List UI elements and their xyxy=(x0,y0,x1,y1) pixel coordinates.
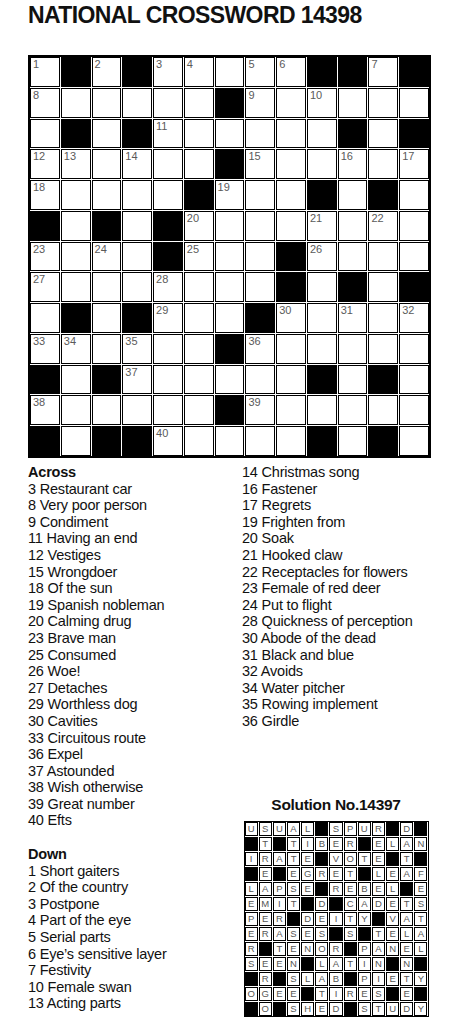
grid-cell[interactable] xyxy=(307,119,337,149)
grid-cell[interactable] xyxy=(368,119,398,149)
solution-letter-cell: S xyxy=(372,987,385,1001)
grid-cell[interactable]: 36 xyxy=(245,334,275,364)
solution-letter-cell: E xyxy=(315,912,328,926)
solution-letter-cell: E xyxy=(329,837,342,851)
solution-letter-cell: T xyxy=(287,852,300,866)
grid-cell[interactable] xyxy=(122,242,152,272)
solution-black-cell xyxy=(329,927,342,941)
grid-cell[interactable]: 6 xyxy=(276,57,306,87)
grid-cell[interactable] xyxy=(399,334,429,364)
grid-cell[interactable]: 7 xyxy=(368,57,398,87)
grid-cell[interactable]: 24 xyxy=(92,242,122,272)
solution-black-cell xyxy=(315,882,328,896)
solution-letter-cell: V xyxy=(329,852,342,866)
solution-letter-cell: T xyxy=(400,972,413,986)
grid-cell[interactable] xyxy=(307,334,337,364)
grid-cell[interactable] xyxy=(276,395,306,425)
solution-black-cell xyxy=(414,852,427,866)
solution-black-cell xyxy=(358,927,371,941)
grid-cell[interactable] xyxy=(215,242,245,272)
clue-number: 16 xyxy=(341,150,353,163)
solution-letter-cell: N xyxy=(287,957,300,971)
solution-letter-cell: S xyxy=(259,822,272,836)
solution-letter-cell: E xyxy=(259,957,272,971)
grid-cell[interactable]: 27 xyxy=(30,272,60,302)
solution-black-cell xyxy=(344,942,357,956)
grid-cell[interactable] xyxy=(184,88,214,118)
grid-cell[interactable] xyxy=(153,334,183,364)
solution-letter-cell: Y xyxy=(414,1002,427,1016)
black-cell xyxy=(92,426,122,456)
grid-cell[interactable] xyxy=(184,426,214,456)
grid-cell[interactable] xyxy=(276,119,306,149)
grid-cell[interactable] xyxy=(338,242,368,272)
grid-cell[interactable] xyxy=(276,211,306,241)
grid-cell[interactable] xyxy=(61,211,91,241)
grid-cell[interactable]: 25 xyxy=(184,242,214,272)
grid-cell[interactable] xyxy=(368,149,398,179)
grid-cell[interactable] xyxy=(338,334,368,364)
crossword-grid: 1234567891011121314151617181920212223242… xyxy=(28,55,431,458)
solution-letter-cell: U xyxy=(386,1002,399,1016)
grid-cell[interactable]: 3 xyxy=(153,57,183,87)
solution-letter-cell: A xyxy=(414,927,427,941)
solution-letter-cell: B xyxy=(315,837,328,851)
black-cell xyxy=(307,365,337,395)
grid-cell[interactable] xyxy=(307,149,337,179)
solution-letter-cell: S xyxy=(315,927,328,941)
solution-letter-cell: B xyxy=(329,972,342,986)
clue-number: 40 xyxy=(156,427,168,440)
grid-cell[interactable] xyxy=(122,272,152,302)
clue-number: 37 xyxy=(125,366,137,379)
solution-letter-cell: E xyxy=(386,897,399,911)
solution-letter-cell: E xyxy=(372,837,385,851)
clue-item: 1 Short gaiters xyxy=(28,863,241,880)
grid-cell[interactable] xyxy=(368,242,398,272)
solution-letter-cell: T xyxy=(400,897,413,911)
clue-number: 34 xyxy=(64,335,76,348)
solution-letter-cell: O xyxy=(245,987,258,1001)
solution-letter-cell: R xyxy=(372,822,385,836)
grid-cell[interactable] xyxy=(61,88,91,118)
solution-letter-cell: D xyxy=(400,822,413,836)
grid-cell[interactable]: 40 xyxy=(153,426,183,456)
solution-letter-cell: A xyxy=(273,927,286,941)
clue-item: 30 Cavities xyxy=(28,713,241,730)
grid-cell[interactable] xyxy=(368,272,398,302)
solution-black-cell xyxy=(287,912,300,926)
grid-cell[interactable] xyxy=(276,365,306,395)
solution-letter-cell: L xyxy=(301,972,314,986)
solution-letter-cell: L xyxy=(386,882,399,896)
solution-black-cell xyxy=(414,957,427,971)
grid-cell[interactable] xyxy=(307,395,337,425)
clue-number: 14 xyxy=(125,150,137,163)
grid-cell[interactable] xyxy=(399,211,429,241)
clue-item: 26 Woe! xyxy=(28,663,241,680)
solution-letter-cell: E xyxy=(301,852,314,866)
solution-letter-cell: L xyxy=(301,822,314,836)
solution-letter-cell: E xyxy=(301,882,314,896)
grid-cell[interactable] xyxy=(184,303,214,333)
grid-cell[interactable] xyxy=(92,88,122,118)
solution-letter-cell: E xyxy=(259,912,272,926)
solution-black-cell xyxy=(245,837,258,851)
solution-black-cell xyxy=(301,897,314,911)
clue-item: 17 Regrets xyxy=(242,497,471,514)
solution-black-cell xyxy=(414,822,427,836)
clue-number: 20 xyxy=(187,212,199,225)
solution-letter-cell: I xyxy=(358,957,371,971)
grid-cell[interactable] xyxy=(92,149,122,179)
grid-cell[interactable] xyxy=(245,272,275,302)
grid-cell[interactable] xyxy=(122,211,152,241)
grid-cell[interactable] xyxy=(61,242,91,272)
clue-item: 38 Wish otherwise xyxy=(28,779,241,796)
grid-cell[interactable] xyxy=(368,395,398,425)
grid-cell[interactable] xyxy=(368,88,398,118)
grid-cell[interactable] xyxy=(184,365,214,395)
black-cell xyxy=(368,426,398,456)
solution-letter-cell: R xyxy=(273,912,286,926)
clue-item: 28 Quickness of perception xyxy=(242,613,471,630)
grid-cell[interactable]: 10 xyxy=(307,88,337,118)
solution-black-cell xyxy=(273,867,286,881)
black-cell xyxy=(61,119,91,149)
grid-cell[interactable]: 12 xyxy=(30,149,60,179)
grid-cell[interactable] xyxy=(215,57,245,87)
solution-letter-cell: E xyxy=(386,927,399,941)
solution-letter-cell: R xyxy=(315,867,328,881)
black-cell xyxy=(61,303,91,333)
clue-item: 13 Acting parts xyxy=(28,995,241,1012)
black-cell xyxy=(368,365,398,395)
grid-cell[interactable] xyxy=(338,88,368,118)
solution-letter-cell: E xyxy=(372,852,385,866)
grid-cell[interactable]: 9 xyxy=(245,88,275,118)
solution-letter-cell: S xyxy=(414,897,427,911)
solution-letter-cell: S xyxy=(358,1002,371,1016)
clue-item: 37 Astounded xyxy=(28,763,241,780)
grid-cell[interactable] xyxy=(276,149,306,179)
grid-cell[interactable]: 20 xyxy=(184,211,214,241)
solution-letter-cell: R xyxy=(259,927,272,941)
grid-cell[interactable]: 16 xyxy=(338,149,368,179)
grid-cell[interactable] xyxy=(307,303,337,333)
solution-black-cell xyxy=(245,867,258,881)
clue-number: 15 xyxy=(248,150,260,163)
solution-letter-cell: I xyxy=(329,987,342,1001)
grid-cell[interactable]: 5 xyxy=(245,57,275,87)
black-cell xyxy=(368,180,398,210)
grid-cell[interactable] xyxy=(184,395,214,425)
clue-number: 39 xyxy=(248,396,260,409)
solution-letter-cell: T xyxy=(273,942,286,956)
clue-number: 28 xyxy=(156,273,168,286)
clue-item: 32 Avoids xyxy=(242,663,471,680)
solution-black-cell xyxy=(344,972,357,986)
solution-letter-cell: E xyxy=(273,957,286,971)
solution-letter-cell: G xyxy=(259,987,272,1001)
grid-cell[interactable] xyxy=(122,88,152,118)
solution-letter-cell: P xyxy=(273,882,286,896)
grid-cell[interactable] xyxy=(153,365,183,395)
solution-letter-cell: N xyxy=(414,837,427,851)
solution-block: Solution No.14397 USUALSPURDTTIBERELANIR… xyxy=(243,796,429,1017)
clue-number: 11 xyxy=(156,120,167,133)
grid-cell[interactable]: 11 xyxy=(153,119,183,149)
solution-letter-cell: E xyxy=(344,882,357,896)
grid-cell[interactable] xyxy=(245,211,275,241)
down-clue-list-right: 14 Christmas song16 Fastener17 Regrets19… xyxy=(242,464,471,730)
grid-cell[interactable] xyxy=(245,426,275,456)
clue-number: 29 xyxy=(156,304,168,317)
grid-cell[interactable] xyxy=(276,180,306,210)
grid-cell[interactable] xyxy=(92,272,122,302)
clue-number: 4 xyxy=(187,58,193,71)
solution-letter-cell: D xyxy=(372,897,385,911)
grid-cell[interactable]: 14 xyxy=(122,149,152,179)
solution-letter-cell: L xyxy=(414,942,427,956)
clue-number: 32 xyxy=(402,304,414,317)
solution-letter-cell: T xyxy=(315,987,328,1001)
solution-letter-cell: E xyxy=(414,882,427,896)
clue-item: 9 Condiment xyxy=(28,514,241,531)
solution-black-cell xyxy=(400,882,413,896)
solution-letter-cell: A xyxy=(259,882,272,896)
solution-letter-cell: S xyxy=(287,927,300,941)
down-header: Down xyxy=(28,846,241,863)
solution-letter-cell: R xyxy=(344,987,357,1001)
grid-cell[interactable] xyxy=(399,180,429,210)
solution-letter-cell: H xyxy=(301,1002,314,1016)
clue-number: 33 xyxy=(33,335,45,348)
grid-cell[interactable] xyxy=(338,211,368,241)
grid-cell[interactable]: 30 xyxy=(276,303,306,333)
grid-cell[interactable] xyxy=(92,303,122,333)
solution-black-cell xyxy=(245,1002,258,1016)
grid-cell[interactable] xyxy=(245,365,275,395)
grid-cell[interactable] xyxy=(368,334,398,364)
grid-cell[interactable]: 22 xyxy=(368,211,398,241)
grid-cell[interactable] xyxy=(399,426,429,456)
grid-cell[interactable]: 4 xyxy=(184,57,214,87)
grid-cell[interactable] xyxy=(276,334,306,364)
grid-cell[interactable] xyxy=(122,180,152,210)
grid-cell[interactable] xyxy=(61,180,91,210)
grid-cell[interactable]: 32 xyxy=(399,303,429,333)
solution-letter-cell: S xyxy=(344,927,357,941)
down-clue-list-left: 1 Short gaiters2 Of the country3 Postpon… xyxy=(28,863,241,1012)
solution-letter-cell: T xyxy=(400,852,413,866)
grid-cell[interactable] xyxy=(245,119,275,149)
grid-cell[interactable] xyxy=(153,180,183,210)
clue-item: 12 Vestiges xyxy=(28,547,241,564)
grid-cell[interactable]: 1 xyxy=(30,57,60,87)
solution-black-cell xyxy=(414,987,427,1001)
grid-cell[interactable] xyxy=(338,426,368,456)
clue-number: 24 xyxy=(95,243,107,256)
grid-cell[interactable]: 35 xyxy=(122,334,152,364)
grid-cell[interactable] xyxy=(61,395,91,425)
grid-cell[interactable] xyxy=(61,365,91,395)
grid-cell[interactable] xyxy=(245,242,275,272)
solution-letter-cell: N xyxy=(386,942,399,956)
clue-item: 36 Expel xyxy=(28,746,241,763)
grid-cell[interactable] xyxy=(30,303,60,333)
grid-cell[interactable]: 26 xyxy=(307,242,337,272)
solution-black-cell xyxy=(315,822,328,836)
clue-number: 25 xyxy=(187,243,199,256)
solution-letter-cell: L xyxy=(372,867,385,881)
grid-cell[interactable] xyxy=(215,426,245,456)
solution-letter-cell: T xyxy=(344,912,357,926)
black-cell xyxy=(215,395,245,425)
solution-letter-cell: E xyxy=(273,987,286,1001)
solution-letter-cell: U xyxy=(273,822,286,836)
solution-letter-cell: D xyxy=(315,897,328,911)
grid-cell[interactable] xyxy=(61,272,91,302)
solution-letter-cell: S xyxy=(287,1002,300,1016)
grid-cell[interactable]: 23 xyxy=(30,242,60,272)
grid-cell[interactable] xyxy=(184,119,214,149)
grid-cell[interactable] xyxy=(92,119,122,149)
grid-cell[interactable]: 34 xyxy=(61,334,91,364)
clue-item: 31 Black and blue xyxy=(242,647,471,664)
grid-cell[interactable] xyxy=(153,88,183,118)
grid-cell[interactable] xyxy=(399,88,429,118)
clue-number: 3 xyxy=(156,58,162,71)
solution-letter-cell: R xyxy=(329,942,342,956)
solution-black-cell xyxy=(301,987,314,1001)
clue-item: 29 Worthless dog xyxy=(28,696,241,713)
grid-cell[interactable]: 31 xyxy=(338,303,368,333)
clue-number: 5 xyxy=(248,58,254,71)
clues-column-left: Across 3 Restaurant car8 Very poor perso… xyxy=(28,464,241,1012)
grid-cell[interactable] xyxy=(307,272,337,302)
clue-number: 1 xyxy=(33,58,39,71)
solution-letter-cell: R xyxy=(344,837,357,851)
grid-cell[interactable] xyxy=(215,272,245,302)
solution-letter-cell: L xyxy=(315,957,328,971)
grid-cell[interactable] xyxy=(92,395,122,425)
grid-cell[interactable] xyxy=(245,180,275,210)
grid-cell[interactable] xyxy=(92,180,122,210)
black-cell xyxy=(245,303,275,333)
grid-cell[interactable] xyxy=(153,149,183,179)
grid-cell[interactable]: 39 xyxy=(245,395,275,425)
grid-cell[interactable] xyxy=(276,88,306,118)
solution-black-cell xyxy=(386,852,399,866)
grid-cell[interactable]: 2 xyxy=(92,57,122,87)
grid-cell[interactable] xyxy=(368,303,398,333)
black-cell xyxy=(61,57,91,87)
grid-cell[interactable] xyxy=(184,149,214,179)
grid-cell[interactable] xyxy=(30,119,60,149)
grid-cell[interactable] xyxy=(338,365,368,395)
grid-cell[interactable] xyxy=(399,365,429,395)
grid-cell[interactable]: 21 xyxy=(307,211,337,241)
solution-letter-cell: T xyxy=(358,852,371,866)
grid-cell[interactable]: 8 xyxy=(30,88,60,118)
grid-cell[interactable] xyxy=(184,334,214,364)
grid-cell[interactable] xyxy=(338,180,368,210)
grid-cell[interactable] xyxy=(338,395,368,425)
grid-cell[interactable]: 38 xyxy=(30,395,60,425)
solution-letter-cell: I xyxy=(372,972,385,986)
clue-number: 26 xyxy=(310,243,322,256)
grid-cell[interactable]: 15 xyxy=(245,149,275,179)
solution-letter-cell: T xyxy=(259,837,272,851)
grid-cell[interactable] xyxy=(153,395,183,425)
grid-cell[interactable] xyxy=(399,395,429,425)
solution-letter-cell: V xyxy=(386,912,399,926)
grid-cell[interactable]: 37 xyxy=(122,365,152,395)
grid-cell[interactable] xyxy=(92,334,122,364)
solution-letter-cell: L xyxy=(245,882,258,896)
grid-cell[interactable]: 13 xyxy=(61,149,91,179)
solution-letter-cell: P xyxy=(245,912,258,926)
black-cell xyxy=(338,57,368,87)
grid-cell[interactable] xyxy=(215,119,245,149)
across-clue-list: 3 Restaurant car8 Very poor person9 Cond… xyxy=(28,481,241,829)
clue-number: 31 xyxy=(341,304,353,317)
black-cell xyxy=(399,119,429,149)
solution-black-cell xyxy=(259,942,272,956)
grid-cell[interactable] xyxy=(215,365,245,395)
grid-cell[interactable]: 33 xyxy=(30,334,60,364)
solution-letter-cell: E xyxy=(315,1002,328,1016)
clue-item: 21 Hooked claw xyxy=(242,547,471,564)
grid-cell[interactable] xyxy=(184,272,214,302)
clue-item: 30 Abode of the dead xyxy=(242,630,471,647)
grid-cell[interactable]: 28 xyxy=(153,272,183,302)
grid-cell[interactable] xyxy=(215,211,245,241)
grid-cell[interactable]: 19 xyxy=(215,180,245,210)
solution-letter-cell: P xyxy=(358,972,371,986)
solution-letter-cell: I xyxy=(329,912,342,926)
grid-cell[interactable]: 17 xyxy=(399,149,429,179)
clue-item: 27 Detaches xyxy=(28,680,241,697)
solution-letter-cell: L xyxy=(400,927,413,941)
clue-item: 6 Eye’s sensitive layer xyxy=(28,946,241,963)
grid-cell[interactable]: 29 xyxy=(153,303,183,333)
solution-title: Solution No.14397 xyxy=(243,796,429,814)
black-cell xyxy=(276,272,306,302)
solution-black-cell xyxy=(358,867,371,881)
solution-letter-cell: T xyxy=(372,927,385,941)
grid-cell[interactable]: 18 xyxy=(30,180,60,210)
grid-cell[interactable] xyxy=(61,426,91,456)
solution-letter-cell: F xyxy=(414,867,427,881)
solution-letter-cell: T xyxy=(287,897,300,911)
grid-cell[interactable] xyxy=(122,395,152,425)
solution-black-cell xyxy=(358,837,371,851)
solution-letter-cell: E xyxy=(245,897,258,911)
solution-letter-cell: A xyxy=(358,897,371,911)
black-cell xyxy=(30,365,60,395)
black-cell xyxy=(338,119,368,149)
grid-cell[interactable] xyxy=(276,426,306,456)
clue-item: 39 Great number xyxy=(28,796,241,813)
grid-cell[interactable] xyxy=(399,242,429,272)
grid-cell[interactable] xyxy=(215,303,245,333)
black-cell xyxy=(307,180,337,210)
clue-item: 8 Very poor person xyxy=(28,497,241,514)
page: NATIONAL CROSSWORD 14398 123456789101112… xyxy=(0,0,471,1024)
clue-item: 22 Receptacles for flowers xyxy=(242,564,471,581)
